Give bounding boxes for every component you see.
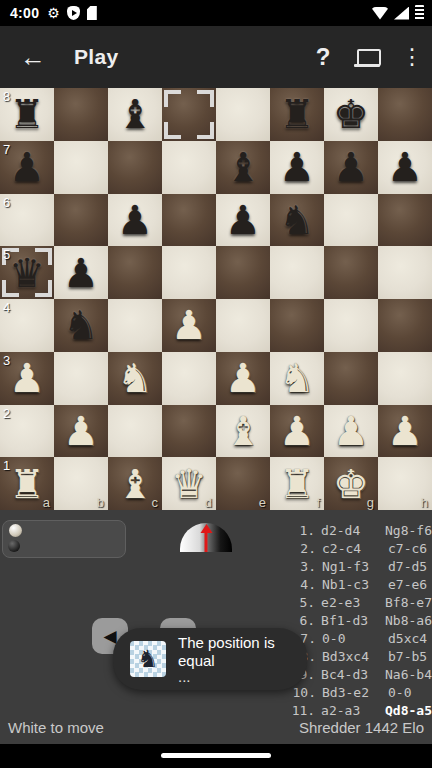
home-indicator[interactable]: [161, 753, 271, 758]
square-d3[interactable]: [162, 352, 216, 405]
white-move: Bf1-d3: [315, 612, 385, 630]
side-to-move-label: White to move: [8, 719, 104, 736]
square-d6[interactable]: [162, 194, 216, 247]
move-row[interactable]: 2.c2-c4c7-c6: [288, 540, 432, 558]
square-g4[interactable]: [324, 299, 378, 352]
move-row[interactable]: 10.Bd3-e20-0: [288, 684, 432, 702]
move-row[interactable]: 6.Bf1-d3Nb8-a6: [288, 612, 432, 630]
square-b3[interactable]: [54, 352, 108, 405]
square-d8[interactable]: [162, 88, 216, 141]
captured-white-pawn-icon: [9, 524, 22, 537]
black-move: d5xc4: [388, 630, 432, 648]
square-h4[interactable]: [378, 299, 432, 352]
white-move: 0-0: [316, 630, 388, 648]
cell-signal-icon: [394, 7, 409, 20]
square-f7[interactable]: ♟: [270, 141, 324, 194]
rank-label-1: 1: [3, 458, 10, 473]
piece-black-knight: ♞: [270, 194, 324, 247]
piece-black-king: ♚: [324, 88, 378, 141]
move-number: 2.: [288, 540, 316, 558]
piece-white-bishop: ♝: [216, 405, 270, 458]
page-title: Play: [74, 45, 118, 69]
square-d5[interactable]: [162, 246, 216, 299]
toast-text: The position is equal: [178, 634, 307, 670]
file-label-h: h: [421, 495, 428, 510]
app-bar: ← Play ? ⋮: [0, 26, 432, 88]
square-d2[interactable]: [162, 405, 216, 458]
square-e5[interactable]: [216, 246, 270, 299]
square-g6[interactable]: [324, 194, 378, 247]
square-f4[interactable]: [270, 299, 324, 352]
square-c4[interactable]: [108, 299, 162, 352]
piece-white-knight: ♞: [270, 352, 324, 405]
move-list[interactable]: 1.d2-d4Ng8-f62.c2-c4c7-c63.Ng1-f3d7-d54.…: [288, 522, 432, 720]
square-a2[interactable]: 2: [0, 405, 54, 458]
square-f6[interactable]: ♞: [270, 194, 324, 247]
black-move: c7-c6: [388, 540, 432, 558]
rank-label-4: 4: [3, 300, 10, 315]
white-move: e2-e3: [315, 594, 385, 612]
rank-label-2: 2: [3, 406, 10, 421]
move-number: 3.: [288, 558, 316, 576]
file-label-d: d: [205, 495, 212, 510]
square-e2[interactable]: ♝: [216, 405, 270, 458]
square-a5[interactable]: 5♛: [0, 246, 54, 299]
square-h2[interactable]: ♟: [378, 405, 432, 458]
square-c3[interactable]: ♞: [108, 352, 162, 405]
square-b1[interactable]: b: [54, 457, 108, 510]
captured-pieces-tray: [2, 520, 126, 558]
move-row[interactable]: 7.0-0d5xc4: [288, 630, 432, 648]
square-h6[interactable]: [378, 194, 432, 247]
white-move: Bd3xc4: [316, 648, 388, 666]
square-a1[interactable]: 1a♜: [0, 457, 54, 510]
piece-black-pawn: ♟: [108, 194, 162, 247]
square-a7[interactable]: 7♟: [0, 141, 54, 194]
square-f8[interactable]: ♜: [270, 88, 324, 141]
white-move: Ng1-f3: [316, 558, 388, 576]
square-g7[interactable]: ♟: [324, 141, 378, 194]
lower-panel: 1.d2-d4Ng8-f62.c2-c4c7-c63.Ng1-f3d7-d54.…: [0, 510, 432, 744]
engine-strength-label: Shredder 1442 Elo: [299, 719, 424, 736]
move-row[interactable]: 9.Bc4-d3Na6-b4: [288, 666, 432, 684]
piece-black-rook: ♜: [270, 88, 324, 141]
move-row[interactable]: 4.Nb1-c3e7-e6: [288, 576, 432, 594]
square-f2[interactable]: ♟: [270, 405, 324, 458]
square-a8[interactable]: 8♜: [0, 88, 54, 141]
phone-screen: 4:00 ⚙ ← Play ? ⋮ 8♜♝♜♚7♟♝♟♟♟6♟♟♞5♛♟4♞♟3…: [0, 0, 432, 768]
square-f1[interactable]: f♜: [270, 457, 324, 510]
piece-white-pawn: ♟: [324, 405, 378, 458]
piece-black-pawn: ♟: [270, 141, 324, 194]
move-row[interactable]: 1.d2-d4Ng8-f6: [288, 522, 432, 540]
move-row[interactable]: 3.Ng1-f3d7-d5: [288, 558, 432, 576]
move-highlight-d8: [164, 90, 214, 139]
square-a6[interactable]: 6: [0, 194, 54, 247]
square-b4[interactable]: ♞: [54, 299, 108, 352]
back-arrow-icon[interactable]: ←: [20, 44, 46, 70]
black-move: 0-0: [388, 684, 432, 702]
clock: 4:00: [10, 5, 39, 21]
square-d4[interactable]: ♟: [162, 299, 216, 352]
square-g1[interactable]: g♚: [324, 457, 378, 510]
black-move: Ng8-f6: [385, 522, 432, 540]
piece-white-pawn: ♟: [378, 405, 432, 458]
piece-black-bishop: ♝: [216, 141, 270, 194]
move-number: 6.: [288, 612, 315, 630]
overflow-menu-icon[interactable]: ⋮: [392, 47, 432, 67]
move-row[interactable]: 8.Bd3xc4b7-b5: [288, 648, 432, 666]
engine-message-toast: ♞ The position is equal ...: [113, 628, 307, 690]
square-f3[interactable]: ♞: [270, 352, 324, 405]
android-nav-bar: [0, 744, 432, 768]
black-move: e7-e6: [388, 576, 432, 594]
piece-black-pawn: ♟: [216, 194, 270, 247]
white-move: Bd3-e2: [316, 684, 388, 702]
square-h1[interactable]: h: [378, 457, 432, 510]
piece-white-knight: ♞: [108, 352, 162, 405]
evaluation-gauge: [180, 523, 232, 552]
rank-label-5: 5: [3, 247, 10, 262]
square-b2[interactable]: ♟: [54, 405, 108, 458]
status-bar: 4:00 ⚙: [0, 0, 432, 26]
move-number: 1.: [288, 522, 315, 540]
square-g5[interactable]: [324, 246, 378, 299]
square-g3[interactable]: [324, 352, 378, 405]
square-c7[interactable]: [108, 141, 162, 194]
toast-ellipsis: ...: [178, 670, 307, 684]
piece-black-pawn: ♟: [378, 141, 432, 194]
square-b6[interactable]: [54, 194, 108, 247]
move-number: 5.: [288, 594, 315, 612]
piece-black-knight: ♞: [54, 299, 108, 352]
gear-icon: ⚙: [47, 6, 60, 20]
rank-label-7: 7: [3, 142, 10, 157]
square-g8[interactable]: ♚: [324, 88, 378, 141]
black-move: Na6-b4: [385, 666, 432, 684]
file-label-b: b: [97, 495, 104, 510]
rank-label-6: 6: [3, 195, 10, 210]
piece-black-pawn: ♟: [54, 246, 108, 299]
computer-board-icon[interactable]: [346, 49, 392, 66]
play-protect-icon: [67, 6, 80, 20]
square-b7[interactable]: [54, 141, 108, 194]
square-h3[interactable]: [378, 352, 432, 405]
piece-black-pawn: ♟: [324, 141, 378, 194]
move-row[interactable]: 5.e2-e3Bf8-e7: [288, 594, 432, 612]
black-move: b7-b5: [388, 648, 432, 666]
white-move: Bc4-d3: [315, 666, 385, 684]
status-row: White to move Shredder 1442 Elo: [0, 717, 432, 744]
white-move: c2-c4: [316, 540, 388, 558]
shredder-knight-icon: ♞: [130, 641, 166, 677]
square-e3[interactable]: ♟: [216, 352, 270, 405]
square-e7[interactable]: ♝: [216, 141, 270, 194]
square-c8[interactable]: ♝: [108, 88, 162, 141]
help-icon[interactable]: ?: [300, 43, 346, 71]
square-e6[interactable]: ♟: [216, 194, 270, 247]
file-label-a: a: [43, 495, 50, 510]
file-label-e: e: [259, 495, 266, 510]
file-label-c: c: [152, 495, 159, 510]
gauge-needle-icon: [205, 532, 208, 552]
file-label-g: g: [367, 495, 374, 510]
white-move: d2-d4: [315, 522, 385, 540]
square-e1[interactable]: e: [216, 457, 270, 510]
piece-white-pawn: ♟: [54, 405, 108, 458]
square-e4[interactable]: [216, 299, 270, 352]
piece-white-pawn: ♟: [270, 405, 324, 458]
square-c5[interactable]: [108, 246, 162, 299]
wifi-icon: [372, 7, 388, 20]
square-a3[interactable]: 3♟: [0, 352, 54, 405]
rank-label-8: 8: [3, 89, 10, 104]
square-a4[interactable]: 4: [0, 299, 54, 352]
black-move: Nb8-a6: [385, 612, 432, 630]
sd-card-icon: [87, 6, 97, 20]
square-d7[interactable]: [162, 141, 216, 194]
file-label-f: f: [316, 495, 320, 510]
square-f5[interactable]: [270, 246, 324, 299]
move-number: 4.: [288, 576, 316, 594]
battery-icon: [415, 5, 424, 21]
chess-board: 8♜♝♜♚7♟♝♟♟♟6♟♟♞5♛♟4♞♟3♟♞♟♞2♟♝♟♟♟1a♜bc♝d♛…: [0, 88, 432, 510]
square-b8[interactable]: [54, 88, 108, 141]
square-c2[interactable]: [108, 405, 162, 458]
square-h7[interactable]: ♟: [378, 141, 432, 194]
black-move: Bf8-e7: [385, 594, 432, 612]
square-h5[interactable]: [378, 246, 432, 299]
piece-white-pawn: ♟: [216, 352, 270, 405]
square-g2[interactable]: ♟: [324, 405, 378, 458]
piece-white-pawn: ♟: [162, 299, 216, 352]
black-move: d7-d5: [388, 558, 432, 576]
captured-black-pawn-icon: [8, 540, 20, 552]
square-h8[interactable]: [378, 88, 432, 141]
square-c1[interactable]: c♝: [108, 457, 162, 510]
square-b5[interactable]: ♟: [54, 246, 108, 299]
square-d1[interactable]: d♛: [162, 457, 216, 510]
square-c6[interactable]: ♟: [108, 194, 162, 247]
piece-black-bishop: ♝: [108, 88, 162, 141]
square-e8[interactable]: [216, 88, 270, 141]
rank-label-3: 3: [3, 353, 10, 368]
white-move: Nb1-c3: [316, 576, 388, 594]
